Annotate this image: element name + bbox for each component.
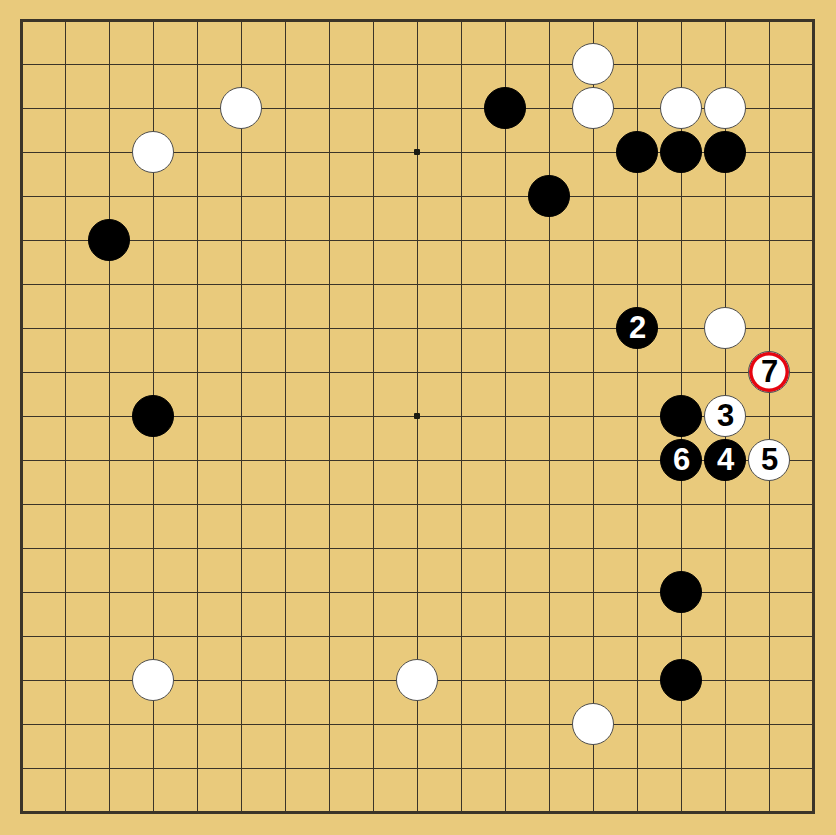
stone-black-move-4: 4 [704,439,746,481]
stone-black [484,87,526,129]
stone-black [88,219,130,261]
grid-line [549,19,550,814]
grid-line [20,768,815,769]
stone-black [660,659,702,701]
stone-black-move-6: 6 [660,439,702,481]
grid-line [20,504,815,505]
stone-white-move-3: 3 [704,395,746,437]
stone-black-move-2: 2 [616,307,658,349]
stone-white [660,87,702,129]
stone-white [572,703,614,745]
star-point [414,149,420,155]
stone-black [660,131,702,173]
stone-black [616,131,658,173]
stone-white [132,131,174,173]
stone-black [132,395,174,437]
grid-line [20,548,815,549]
grid-line [20,636,815,637]
stone-white [704,307,746,349]
stone-white-move-7-last-move: 7 [748,351,790,393]
stone-black [660,395,702,437]
stone-white [572,87,614,129]
move-number: 7 [761,356,777,389]
stone-black [528,175,570,217]
board-border-line [812,19,815,814]
stone-white [704,87,746,129]
stone-black [660,571,702,613]
grid-line [769,19,770,814]
stone-white [220,87,262,129]
stone-white [572,43,614,85]
go-board[interactable]: 234567 [0,0,836,835]
move-number: 5 [761,444,777,477]
grid-line [593,19,594,814]
stone-black [704,131,746,173]
star-point [414,413,420,419]
grid-line [20,724,815,725]
stone-white-move-5: 5 [748,439,790,481]
move-number: 2 [629,312,645,345]
grid-line [461,19,462,814]
stone-white [132,659,174,701]
move-number: 3 [717,400,733,433]
stone-white [396,659,438,701]
board-border-line [20,811,815,814]
grid-line [505,19,506,814]
move-number: 6 [673,444,689,477]
move-number: 4 [717,444,733,477]
